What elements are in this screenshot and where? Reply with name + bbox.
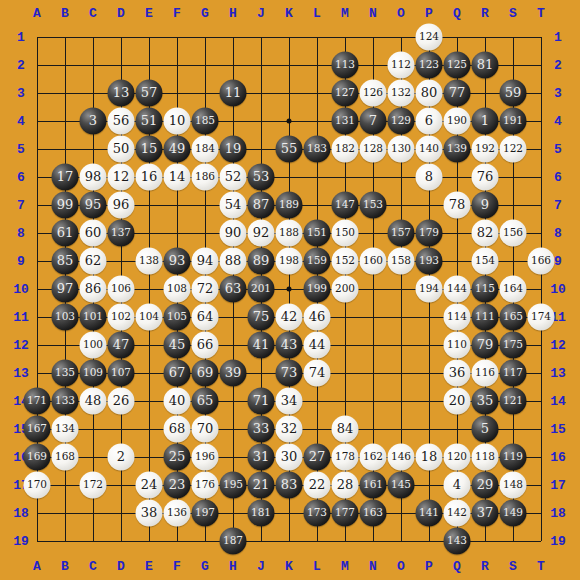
black-stone: 83 <box>276 472 303 499</box>
white-stone: 148 <box>500 472 527 499</box>
white-stone: 160 <box>360 248 387 275</box>
move-number: 7 <box>369 114 377 127</box>
move-number: 42 <box>281 310 298 323</box>
move-number: 19 <box>225 142 242 155</box>
move-number: 148 <box>503 479 523 490</box>
white-stone: 54 <box>220 192 247 219</box>
black-stone: 167 <box>24 416 51 443</box>
white-stone: 36 <box>444 360 471 387</box>
white-stone: 110 <box>444 332 471 359</box>
move-number: 193 <box>419 255 439 266</box>
move-number: 163 <box>363 507 383 518</box>
row-label-right: 3 <box>554 87 562 100</box>
black-stone: 163 <box>360 500 387 527</box>
col-label-bottom: A <box>33 560 41 573</box>
white-stone: 96 <box>108 192 135 219</box>
col-label-bottom: T <box>537 560 545 573</box>
move-number: 188 <box>279 227 299 238</box>
black-stone: 129 <box>388 108 415 135</box>
move-number: 24 <box>141 478 158 491</box>
move-number: 200 <box>335 283 355 294</box>
move-number: 66 <box>197 338 214 351</box>
move-number: 154 <box>475 255 495 266</box>
white-stone: 52 <box>220 164 247 191</box>
move-number: 138 <box>139 255 159 266</box>
black-stone: 9 <box>472 192 499 219</box>
black-stone: 107 <box>108 360 135 387</box>
white-stone: 62 <box>80 248 107 275</box>
move-number: 176 <box>195 479 215 490</box>
move-number: 40 <box>169 394 186 407</box>
move-number: 82 <box>477 226 494 239</box>
black-stone: 17 <box>52 164 79 191</box>
move-number: 169 <box>27 451 47 462</box>
move-number: 149 <box>503 507 523 518</box>
white-stone: 136 <box>164 500 191 527</box>
move-number: 13 <box>113 86 130 99</box>
black-stone: 119 <box>500 444 527 471</box>
black-stone: 159 <box>304 248 331 275</box>
row-label-right: 2 <box>554 59 562 72</box>
row-label-left: 1 <box>17 31 25 44</box>
move-number: 77 <box>449 86 466 99</box>
black-stone: 13 <box>108 80 135 107</box>
move-number: 96 <box>113 198 130 211</box>
black-stone: 53 <box>248 164 275 191</box>
black-stone: 103 <box>52 304 79 331</box>
move-number: 4 <box>453 478 461 491</box>
white-stone: 134 <box>52 416 79 443</box>
white-stone: 182 <box>332 136 359 163</box>
white-stone: 50 <box>108 136 135 163</box>
black-stone: 133 <box>52 388 79 415</box>
row-label-left: 6 <box>17 171 25 184</box>
white-stone: 12 <box>108 164 135 191</box>
black-stone: 51 <box>136 108 163 135</box>
white-stone: 26 <box>108 388 135 415</box>
col-label-top: T <box>537 7 545 20</box>
move-number: 41 <box>253 338 270 351</box>
move-number: 49 <box>169 142 186 155</box>
move-number: 122 <box>503 143 523 154</box>
move-number: 1 <box>481 114 489 127</box>
black-stone: 111 <box>472 304 499 331</box>
white-stone: 188 <box>276 220 303 247</box>
white-stone: 162 <box>360 444 387 471</box>
move-number: 48 <box>85 394 102 407</box>
black-stone: 187 <box>220 528 247 555</box>
move-number: 16 <box>141 170 158 183</box>
black-stone: 139 <box>444 136 471 163</box>
white-stone: 158 <box>388 248 415 275</box>
black-stone: 165 <box>500 304 527 331</box>
move-number: 199 <box>307 283 327 294</box>
col-label-bottom: J <box>257 560 265 573</box>
black-stone: 123 <box>416 52 443 79</box>
move-number: 170 <box>27 479 47 490</box>
col-label-top: L <box>313 7 321 20</box>
move-number: 128 <box>363 143 383 154</box>
white-stone: 74 <box>304 360 331 387</box>
white-stone: 122 <box>500 136 527 163</box>
move-number: 152 <box>335 255 355 266</box>
black-stone: 63 <box>220 276 247 303</box>
black-stone: 45 <box>164 332 191 359</box>
move-number: 191 <box>503 115 523 126</box>
row-label-left: 12 <box>13 339 29 352</box>
move-number: 26 <box>113 394 130 407</box>
white-stone: 20 <box>444 388 471 415</box>
move-number: 87 <box>253 198 270 211</box>
row-label-right: 10 <box>550 283 566 296</box>
move-number: 75 <box>253 310 270 323</box>
black-stone: 61 <box>52 220 79 247</box>
move-number: 50 <box>113 142 130 155</box>
col-label-bottom: K <box>285 560 293 573</box>
go-board-diagram: AABBCCDDEEFFGGHHJJKKLLMMNNOOPPQQRRSSTT11… <box>0 0 580 580</box>
move-number: 190 <box>447 115 467 126</box>
white-stone: 132 <box>388 80 415 107</box>
move-number: 177 <box>335 507 355 518</box>
move-number: 106 <box>111 283 131 294</box>
white-stone: 92 <box>248 220 275 247</box>
black-stone: 41 <box>248 332 275 359</box>
move-number: 123 <box>419 59 439 70</box>
move-number: 144 <box>447 283 467 294</box>
black-stone: 73 <box>276 360 303 387</box>
move-number: 118 <box>475 451 495 462</box>
move-number: 61 <box>57 226 74 239</box>
white-stone: 198 <box>276 248 303 275</box>
star-point <box>287 119 292 124</box>
move-number: 113 <box>335 59 355 70</box>
white-stone: 178 <box>332 444 359 471</box>
move-number: 142 <box>447 507 467 518</box>
black-stone: 121 <box>500 388 527 415</box>
white-stone: 140 <box>416 136 443 163</box>
white-stone: 166 <box>528 248 555 275</box>
move-number: 131 <box>335 115 355 126</box>
white-stone: 42 <box>276 304 303 331</box>
col-label-bottom: Q <box>453 560 461 573</box>
white-stone: 48 <box>80 388 107 415</box>
move-number: 145 <box>391 479 411 490</box>
move-number: 14 <box>169 170 186 183</box>
white-stone: 154 <box>472 248 499 275</box>
white-stone: 174 <box>528 304 555 331</box>
move-number: 119 <box>503 451 523 462</box>
black-stone: 125 <box>444 52 471 79</box>
row-label-left: 2 <box>17 59 25 72</box>
black-stone: 175 <box>500 332 527 359</box>
move-number: 71 <box>253 394 270 407</box>
row-label-right: 18 <box>550 507 566 520</box>
row-label-right: 14 <box>550 395 566 408</box>
move-number: 29 <box>477 478 494 491</box>
black-stone: 183 <box>304 136 331 163</box>
move-number: 105 <box>167 311 187 322</box>
white-stone: 144 <box>444 276 471 303</box>
white-stone: 72 <box>192 276 219 303</box>
black-stone: 55 <box>276 136 303 163</box>
row-label-left: 13 <box>13 367 29 380</box>
white-stone: 10 <box>164 108 191 135</box>
move-number: 15 <box>141 142 158 155</box>
row-label-right: 8 <box>554 227 562 240</box>
white-stone: 22 <box>304 472 331 499</box>
black-stone: 1 <box>472 108 499 135</box>
move-number: 46 <box>309 310 326 323</box>
row-label-left: 10 <box>13 283 29 296</box>
row-label-left: 3 <box>17 87 25 100</box>
move-number: 54 <box>225 198 242 211</box>
white-stone: 146 <box>388 444 415 471</box>
col-label-bottom: B <box>61 560 69 573</box>
black-stone: 137 <box>108 220 135 247</box>
col-label-bottom: E <box>145 560 153 573</box>
white-stone: 8 <box>416 164 443 191</box>
move-number: 120 <box>447 451 467 462</box>
black-stone: 127 <box>332 80 359 107</box>
black-stone: 177 <box>332 500 359 527</box>
move-number: 78 <box>449 198 466 211</box>
white-stone: 114 <box>444 304 471 331</box>
col-label-top: O <box>397 7 405 20</box>
move-number: 94 <box>197 254 214 267</box>
white-stone: 200 <box>332 276 359 303</box>
move-number: 172 <box>83 479 103 490</box>
move-number: 35 <box>477 394 494 407</box>
move-number: 92 <box>253 226 270 239</box>
white-stone: 120 <box>444 444 471 471</box>
white-stone: 6 <box>416 108 443 135</box>
move-number: 43 <box>281 338 298 351</box>
move-number: 101 <box>83 311 103 322</box>
row-label-left: 19 <box>13 535 29 548</box>
move-number: 194 <box>419 283 439 294</box>
move-number: 28 <box>337 478 354 491</box>
move-number: 86 <box>85 282 102 295</box>
move-number: 12 <box>113 170 130 183</box>
black-stone: 79 <box>472 332 499 359</box>
col-label-bottom: R <box>481 560 489 573</box>
move-number: 44 <box>309 338 326 351</box>
white-stone: 184 <box>192 136 219 163</box>
black-stone: 47 <box>108 332 135 359</box>
col-label-top: A <box>33 7 41 20</box>
move-number: 107 <box>111 367 131 378</box>
black-stone: 37 <box>472 500 499 527</box>
move-number: 141 <box>419 507 439 518</box>
white-stone: 172 <box>80 472 107 499</box>
col-label-top: K <box>285 7 293 20</box>
white-stone: 30 <box>276 444 303 471</box>
black-stone: 185 <box>192 108 219 135</box>
move-number: 161 <box>363 479 383 490</box>
black-stone: 141 <box>416 500 443 527</box>
move-number: 187 <box>223 535 243 546</box>
move-number: 34 <box>281 394 298 407</box>
white-stone: 70 <box>192 416 219 443</box>
move-number: 189 <box>279 199 299 210</box>
black-stone: 113 <box>332 52 359 79</box>
row-label-right: 12 <box>550 339 566 352</box>
move-number: 6 <box>425 114 433 127</box>
white-stone: 142 <box>444 500 471 527</box>
black-stone: 169 <box>24 444 51 471</box>
move-number: 56 <box>113 114 130 127</box>
white-stone: 56 <box>108 108 135 135</box>
row-label-right: 13 <box>550 367 566 380</box>
col-label-top: C <box>89 7 97 20</box>
white-stone: 28 <box>332 472 359 499</box>
white-stone: 2 <box>108 444 135 471</box>
move-number: 167 <box>27 423 47 434</box>
col-label-top: B <box>61 7 69 20</box>
move-number: 72 <box>197 282 214 295</box>
black-stone: 29 <box>472 472 499 499</box>
move-number: 184 <box>195 143 215 154</box>
white-stone: 60 <box>80 220 107 247</box>
move-number: 9 <box>481 198 489 211</box>
move-number: 201 <box>251 283 271 294</box>
move-number: 85 <box>57 254 74 267</box>
move-number: 83 <box>281 478 298 491</box>
black-stone: 157 <box>388 220 415 247</box>
row-label-left: 4 <box>17 115 25 128</box>
move-number: 3 <box>89 114 97 127</box>
white-stone: 18 <box>416 444 443 471</box>
move-number: 84 <box>337 422 354 435</box>
white-stone: 106 <box>108 276 135 303</box>
black-stone: 21 <box>248 472 275 499</box>
black-stone: 67 <box>164 360 191 387</box>
move-number: 51 <box>141 114 158 127</box>
white-stone: 24 <box>136 472 163 499</box>
black-stone: 31 <box>248 444 275 471</box>
move-number: 133 <box>55 395 75 406</box>
black-stone: 135 <box>52 360 79 387</box>
col-label-top: G <box>201 7 209 20</box>
move-number: 127 <box>335 87 355 98</box>
move-number: 103 <box>55 311 75 322</box>
move-number: 57 <box>141 86 158 99</box>
black-stone: 15 <box>136 136 163 163</box>
white-stone: 40 <box>164 388 191 415</box>
black-stone: 147 <box>332 192 359 219</box>
row-label-left: 9 <box>17 255 25 268</box>
move-number: 171 <box>27 395 47 406</box>
black-stone: 23 <box>164 472 191 499</box>
col-label-top: F <box>173 7 181 20</box>
col-label-top: P <box>425 7 433 20</box>
move-number: 164 <box>503 283 523 294</box>
move-number: 125 <box>447 59 467 70</box>
black-stone: 59 <box>500 80 527 107</box>
move-number: 32 <box>281 422 298 435</box>
black-stone: 161 <box>360 472 387 499</box>
move-number: 5 <box>481 422 489 435</box>
move-number: 134 <box>55 423 75 434</box>
move-number: 178 <box>335 451 355 462</box>
black-stone: 131 <box>332 108 359 135</box>
move-number: 157 <box>391 227 411 238</box>
move-number: 126 <box>363 87 383 98</box>
move-number: 182 <box>335 143 355 154</box>
black-stone: 7 <box>360 108 387 135</box>
move-number: 102 <box>111 311 131 322</box>
row-label-right: 5 <box>554 143 562 156</box>
move-number: 31 <box>253 450 270 463</box>
move-number: 10 <box>169 114 186 127</box>
move-number: 55 <box>281 142 298 155</box>
move-number: 62 <box>85 254 102 267</box>
move-number: 195 <box>223 479 243 490</box>
col-label-bottom: O <box>397 560 405 573</box>
col-label-bottom: G <box>201 560 209 573</box>
move-number: 27 <box>309 450 326 463</box>
move-number: 95 <box>85 198 102 211</box>
black-stone: 95 <box>80 192 107 219</box>
move-number: 70 <box>197 422 214 435</box>
move-number: 153 <box>363 199 383 210</box>
white-stone: 104 <box>136 304 163 331</box>
move-number: 197 <box>195 507 215 518</box>
move-number: 97 <box>57 282 74 295</box>
black-stone: 27 <box>304 444 331 471</box>
black-stone: 33 <box>248 416 275 443</box>
white-stone: 152 <box>332 248 359 275</box>
black-stone: 179 <box>416 220 443 247</box>
col-label-bottom: C <box>89 560 97 573</box>
move-number: 90 <box>225 226 242 239</box>
black-stone: 43 <box>276 332 303 359</box>
white-stone: 78 <box>444 192 471 219</box>
white-stone: 194 <box>416 276 443 303</box>
move-number: 174 <box>531 311 551 322</box>
row-label-right: 1 <box>554 31 562 44</box>
row-label-right: 9 <box>554 255 562 268</box>
col-label-bottom: N <box>369 560 377 573</box>
col-label-bottom: M <box>341 560 349 573</box>
col-label-top: M <box>341 7 349 20</box>
move-number: 21 <box>253 478 270 491</box>
white-stone: 156 <box>500 220 527 247</box>
white-stone: 186 <box>192 164 219 191</box>
black-stone: 149 <box>500 500 527 527</box>
black-stone: 97 <box>52 276 79 303</box>
row-label-right: 6 <box>554 171 562 184</box>
move-number: 73 <box>281 366 298 379</box>
move-number: 17 <box>57 170 74 183</box>
move-number: 25 <box>169 450 186 463</box>
black-stone: 195 <box>220 472 247 499</box>
move-number: 23 <box>169 478 186 491</box>
move-number: 140 <box>419 143 439 154</box>
move-number: 38 <box>141 506 158 519</box>
move-number: 136 <box>167 507 187 518</box>
move-number: 160 <box>363 255 383 266</box>
black-stone: 75 <box>248 304 275 331</box>
move-number: 129 <box>391 115 411 126</box>
move-number: 137 <box>111 227 131 238</box>
move-number: 18 <box>421 450 438 463</box>
white-stone: 66 <box>192 332 219 359</box>
move-number: 132 <box>391 87 411 98</box>
white-stone: 100 <box>80 332 107 359</box>
black-stone: 19 <box>220 136 247 163</box>
col-label-bottom: H <box>229 560 237 573</box>
